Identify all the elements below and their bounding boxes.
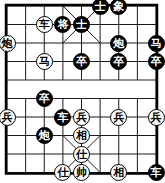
piece-black-chariot[interactable]: 车 xyxy=(54,109,71,126)
piece-black-soldier[interactable]: 卒 xyxy=(148,53,165,70)
piece-black-elephant[interactable]: 象 xyxy=(110,0,127,15)
piece-red-cannon[interactable]: 炮 xyxy=(0,35,16,52)
piece-black-cannon[interactable]: 炮 xyxy=(36,127,53,144)
piece-black-general[interactable]: 将 xyxy=(54,16,71,33)
piece-black-chariot[interactable]: 车 xyxy=(148,164,165,181)
piece-red-soldier[interactable]: 兵 xyxy=(148,109,165,126)
piece-black-horse[interactable]: 马 xyxy=(148,35,165,52)
piece-red-advisor[interactable]: 仕 xyxy=(73,146,90,163)
piece-black-advisor[interactable]: 士 xyxy=(73,16,90,33)
piece-red-advisor[interactable]: 仕 xyxy=(54,164,71,181)
piece-black-soldier[interactable]: 卒 xyxy=(110,53,127,70)
piece-red-soldier[interactable]: 兵 xyxy=(73,109,90,126)
piece-red-general[interactable]: 帅 xyxy=(73,164,90,181)
piece-red-horse[interactable]: 马 xyxy=(36,53,53,70)
piece-red-soldier[interactable]: 兵 xyxy=(0,109,16,126)
piece-red-elephant[interactable]: 相 xyxy=(110,164,127,181)
pieces-layer: 士象车将士炮炮马马卒卒卒卒兵车兵兵兵炮相仕仕帅相车 xyxy=(0,0,165,183)
piece-black-advisor[interactable]: 士 xyxy=(92,0,109,15)
piece-black-cannon[interactable]: 炮 xyxy=(110,35,127,52)
xiangqi-board: 士象车将士炮炮马马卒卒卒卒兵车兵兵兵炮相仕仕帅相车 xyxy=(0,0,165,183)
piece-red-soldier[interactable]: 兵 xyxy=(110,109,127,126)
piece-red-elephant[interactable]: 相 xyxy=(73,127,90,144)
piece-red-chariot[interactable]: 车 xyxy=(36,16,53,33)
piece-black-soldier[interactable]: 卒 xyxy=(73,53,90,70)
piece-black-soldier[interactable]: 卒 xyxy=(36,90,53,107)
